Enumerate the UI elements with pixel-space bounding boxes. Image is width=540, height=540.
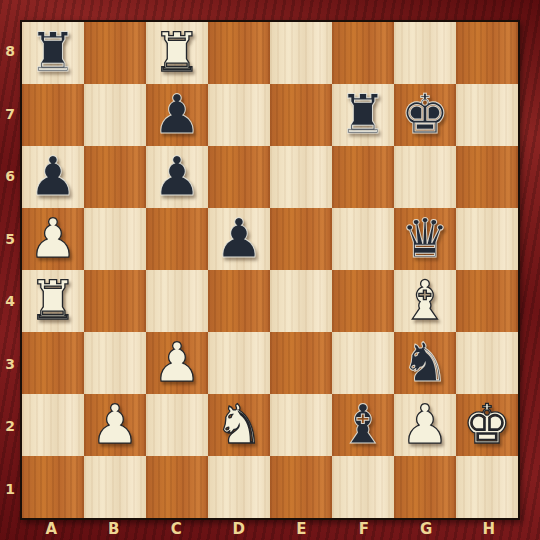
square-f1[interactable] [332,456,394,518]
piece-white-rook-c8[interactable]: ♜ [153,26,201,80]
file-label-h: H [458,519,521,539]
square-e4[interactable] [270,270,332,332]
file-label-c: C [145,519,208,539]
square-d1[interactable] [208,456,270,518]
square-g1[interactable] [394,456,456,518]
square-h3[interactable] [456,332,518,394]
square-h2[interactable]: ♚ [456,394,518,456]
square-b5[interactable] [84,208,146,270]
piece-black-rook-a8[interactable]: ♜ [29,26,77,80]
square-b7[interactable] [84,84,146,146]
file-label-b: B [83,519,146,539]
file-label-g: G [395,519,458,539]
rank-label-4: 4 [0,270,20,333]
square-b4[interactable] [84,270,146,332]
square-c3[interactable]: ♟ [146,332,208,394]
piece-black-bishop-f2[interactable]: ♝ [339,398,387,452]
square-g2[interactable]: ♟ [394,394,456,456]
square-f2[interactable]: ♝ [332,394,394,456]
square-f3[interactable] [332,332,394,394]
square-f6[interactable] [332,146,394,208]
piece-black-pawn-a6[interactable]: ♟ [29,150,77,204]
square-d8[interactable] [208,22,270,84]
square-e1[interactable] [270,456,332,518]
square-e5[interactable] [270,208,332,270]
file-label-e: E [270,519,333,539]
square-e2[interactable] [270,394,332,456]
square-c6[interactable]: ♟ [146,146,208,208]
chess-board: ♜♜♟♜♚♟♟♟♟♛♜♝♟♞♟♞♝♟♚ [20,20,520,520]
rank-label-5: 5 [0,208,20,271]
rank-labels: 87654321 [0,20,20,520]
square-g7[interactable]: ♚ [394,84,456,146]
piece-black-pawn-c6[interactable]: ♟ [153,150,201,204]
square-f8[interactable] [332,22,394,84]
rank-label-3: 3 [0,333,20,396]
square-h6[interactable] [456,146,518,208]
piece-white-pawn-a5[interactable]: ♟ [29,212,77,266]
square-a4[interactable]: ♜ [22,270,84,332]
square-a6[interactable]: ♟ [22,146,84,208]
rank-label-1: 1 [0,458,20,521]
square-e6[interactable] [270,146,332,208]
square-g4[interactable]: ♝ [394,270,456,332]
piece-white-pawn-b2[interactable]: ♟ [91,398,139,452]
square-b2[interactable]: ♟ [84,394,146,456]
file-label-f: F [333,519,396,539]
square-d5[interactable]: ♟ [208,208,270,270]
square-e8[interactable] [270,22,332,84]
rank-label-2: 2 [0,395,20,458]
square-e3[interactable] [270,332,332,394]
piece-black-knight-g3[interactable]: ♞ [401,336,449,390]
square-h8[interactable] [456,22,518,84]
rank-label-8: 8 [0,20,20,83]
piece-white-rook-a4[interactable]: ♜ [29,274,77,328]
square-h5[interactable] [456,208,518,270]
rank-label-7: 7 [0,83,20,146]
piece-black-king-g7[interactable]: ♚ [401,88,449,142]
square-g8[interactable] [394,22,456,84]
square-b3[interactable] [84,332,146,394]
square-c1[interactable] [146,456,208,518]
square-c7[interactable]: ♟ [146,84,208,146]
square-b6[interactable] [84,146,146,208]
file-labels: ABCDEFGH [20,519,520,539]
rank-label-6: 6 [0,145,20,208]
square-c8[interactable]: ♜ [146,22,208,84]
chess-diagram: 87654321 ♜♜♟♜♚♟♟♟♟♛♜♝♟♞♟♞♝♟♚ ABCDEFGH [0,0,540,540]
file-label-a: A [20,519,83,539]
piece-white-bishop-g4[interactable]: ♝ [401,274,449,328]
square-c2[interactable] [146,394,208,456]
square-g5[interactable]: ♛ [394,208,456,270]
square-a7[interactable] [22,84,84,146]
square-d7[interactable] [208,84,270,146]
piece-white-pawn-c3[interactable]: ♟ [153,336,201,390]
square-d4[interactable] [208,270,270,332]
square-g6[interactable] [394,146,456,208]
square-b1[interactable] [84,456,146,518]
square-a5[interactable]: ♟ [22,208,84,270]
square-f4[interactable] [332,270,394,332]
square-d2[interactable]: ♞ [208,394,270,456]
square-a8[interactable]: ♜ [22,22,84,84]
piece-black-rook-f7[interactable]: ♜ [339,88,387,142]
square-c4[interactable] [146,270,208,332]
piece-white-pawn-g2[interactable]: ♟ [401,398,449,452]
square-g3[interactable]: ♞ [394,332,456,394]
square-h1[interactable] [456,456,518,518]
piece-white-knight-d2[interactable]: ♞ [215,398,263,452]
square-h7[interactable] [456,84,518,146]
file-label-d: D [208,519,271,539]
square-e7[interactable] [270,84,332,146]
square-d6[interactable] [208,146,270,208]
square-a3[interactable] [22,332,84,394]
piece-white-king-h2[interactable]: ♚ [463,398,511,452]
square-a1[interactable] [22,456,84,518]
piece-black-pawn-c7[interactable]: ♟ [153,88,201,142]
square-b8[interactable] [84,22,146,84]
piece-black-pawn-d5[interactable]: ♟ [215,212,263,266]
square-d3[interactable] [208,332,270,394]
square-f7[interactable]: ♜ [332,84,394,146]
piece-black-queen-g5[interactable]: ♛ [401,212,449,266]
square-a2[interactable] [22,394,84,456]
square-f5[interactable] [332,208,394,270]
square-h4[interactable] [456,270,518,332]
square-c5[interactable] [146,208,208,270]
